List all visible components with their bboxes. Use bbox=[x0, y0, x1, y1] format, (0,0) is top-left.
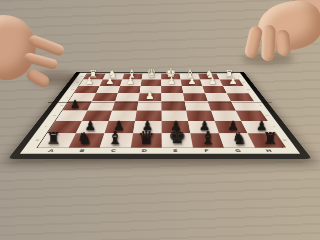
black-rook-a8[interactable]: ♜ bbox=[38, 130, 69, 147]
white-pawn-g2[interactable]: ♟ bbox=[202, 76, 223, 85]
black-knight-b8[interactable]: ♞ bbox=[69, 130, 100, 147]
white-pawn-b2[interactable]: ♟ bbox=[100, 76, 121, 85]
square-f2[interactable]: ♟ bbox=[181, 80, 203, 86]
file-label-d: D bbox=[129, 149, 160, 153]
square-g5[interactable] bbox=[208, 101, 236, 110]
white-pawn-a2[interactable]: ♟ bbox=[79, 76, 100, 85]
square-e2[interactable]: ♟ bbox=[161, 80, 182, 86]
square-c3[interactable] bbox=[118, 86, 141, 93]
rank-label-left-6: 6 bbox=[39, 113, 68, 117]
square-c2[interactable]: ♟ bbox=[120, 80, 142, 86]
rank-label-right-4: 4 bbox=[241, 95, 266, 98]
black-queen-d8[interactable]: ♛ bbox=[131, 128, 162, 147]
square-h2[interactable]: ♟ bbox=[220, 80, 244, 86]
right-hand-middle-finger bbox=[261, 25, 276, 62]
rank-label-left-3: 3 bbox=[60, 88, 83, 91]
black-bishop-f8[interactable]: ♝ bbox=[193, 129, 224, 147]
right-hand-ring-finger bbox=[276, 29, 292, 56]
white-queen-d1[interactable]: ♛ bbox=[142, 68, 161, 80]
file-labels: ABCDEFGH bbox=[34, 149, 286, 153]
rank-label-right-5: 5 bbox=[246, 104, 273, 108]
left-hand-thumb bbox=[25, 67, 52, 89]
square-e3[interactable] bbox=[161, 86, 183, 93]
rank-label-right-3: 3 bbox=[236, 88, 259, 91]
file-label-a: A bbox=[34, 149, 67, 153]
square-g2[interactable]: ♟ bbox=[200, 80, 223, 86]
file-label-b: B bbox=[66, 149, 99, 153]
file-label-f: F bbox=[191, 149, 223, 153]
square-d8[interactable]: ♛ bbox=[131, 133, 162, 147]
white-pawn-d4[interactable]: ♟ bbox=[138, 91, 161, 102]
square-d4[interactable]: ♟ bbox=[138, 93, 161, 101]
black-bishop-c8[interactable]: ♝ bbox=[100, 129, 131, 147]
square-a5[interactable]: ♟ bbox=[63, 101, 92, 110]
square-f4[interactable] bbox=[183, 93, 208, 101]
square-c8[interactable]: ♝ bbox=[100, 133, 133, 147]
square-f5[interactable] bbox=[185, 101, 211, 110]
square-c5[interactable] bbox=[112, 101, 138, 110]
square-e5[interactable] bbox=[161, 101, 186, 110]
square-b4[interactable] bbox=[92, 93, 118, 101]
square-f3[interactable] bbox=[182, 86, 205, 93]
black-pawn-a5[interactable]: ♟ bbox=[63, 99, 88, 110]
square-b2[interactable]: ♟ bbox=[100, 80, 123, 86]
file-label-g: G bbox=[222, 149, 255, 153]
square-c4[interactable] bbox=[115, 93, 139, 101]
white-pawn-f2[interactable]: ♟ bbox=[182, 76, 203, 85]
file-label-h: H bbox=[252, 149, 285, 153]
black-rook-h8[interactable]: ♜ bbox=[255, 130, 286, 147]
square-d5[interactable] bbox=[137, 101, 162, 110]
white-pawn-h2[interactable]: ♟ bbox=[223, 76, 244, 85]
white-pawn-e2[interactable]: ♟ bbox=[161, 76, 182, 85]
square-f8[interactable]: ♝ bbox=[190, 133, 224, 147]
square-g8[interactable]: ♞ bbox=[219, 133, 255, 147]
black-knight-g8[interactable]: ♞ bbox=[224, 130, 255, 147]
square-b3[interactable] bbox=[96, 86, 120, 93]
square-b5[interactable] bbox=[87, 101, 115, 110]
file-label-e: E bbox=[160, 149, 191, 153]
square-e8[interactable]: ♚ bbox=[162, 133, 193, 147]
square-d1[interactable]: ♛ bbox=[142, 74, 161, 80]
file-label-c: C bbox=[97, 149, 129, 153]
square-e4[interactable] bbox=[161, 93, 184, 101]
white-pawn-c2[interactable]: ♟ bbox=[120, 76, 141, 85]
black-king-e8[interactable]: ♚ bbox=[162, 127, 193, 147]
